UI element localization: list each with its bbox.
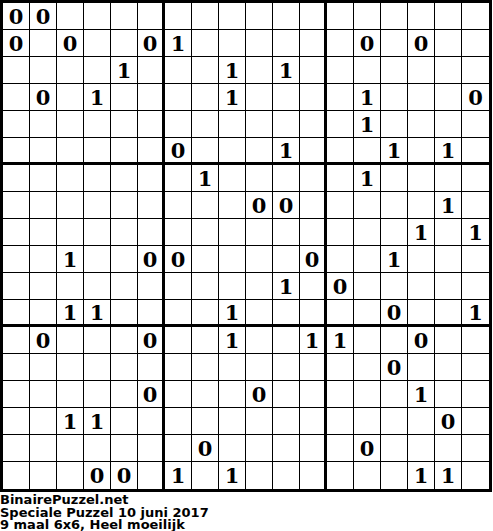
cell-r5-c3[interactable]: [84, 138, 111, 165]
cell-r6-c17[interactable]: [462, 165, 489, 192]
cell-r8-c12[interactable]: [327, 219, 354, 246]
cell-r14-c6[interactable]: [165, 381, 192, 408]
cell-r1-c1[interactable]: [30, 30, 57, 57]
cell-r4-c7[interactable]: [192, 111, 219, 138]
cell-r9-c10[interactable]: [273, 246, 300, 273]
cell-r0-c17[interactable]: [462, 3, 489, 30]
cell-r12-c0[interactable]: [3, 327, 30, 354]
cell-r15-c7[interactable]: [192, 408, 219, 435]
cell-r2-c13[interactable]: [354, 57, 381, 84]
cell-r4-c16[interactable]: [435, 111, 462, 138]
cell-r6-c15[interactable]: [408, 165, 435, 192]
cell-r11-c7[interactable]: [192, 300, 219, 327]
cell-r0-c10[interactable]: [273, 3, 300, 30]
cell-r6-c8[interactable]: [219, 165, 246, 192]
cell-r5-c8[interactable]: [219, 138, 246, 165]
cell-r6-c16[interactable]: [435, 165, 462, 192]
cell-r15-c6[interactable]: [165, 408, 192, 435]
cell-r9-c7[interactable]: [192, 246, 219, 273]
cell-r8-c10[interactable]: [273, 219, 300, 246]
cell-r0-c4[interactable]: [111, 3, 138, 30]
cell-r2-c8: 1: [219, 57, 246, 84]
cell-r17-c16: 1: [435, 462, 462, 489]
cell-r17-c3: 0: [84, 462, 111, 489]
cell-r1-c17[interactable]: [462, 30, 489, 57]
cell-r13-c15[interactable]: [408, 354, 435, 381]
cell-r11-c0[interactable]: [3, 300, 30, 327]
cell-r1-c6: 1: [165, 30, 192, 57]
cell-r5-c12[interactable]: [327, 138, 354, 165]
cell-r5-c17[interactable]: [462, 138, 489, 165]
cell-r3-c4[interactable]: [111, 84, 138, 111]
cell-r10-c15[interactable]: [408, 273, 435, 300]
cell-r5-c6: 0: [165, 138, 192, 165]
cell-r16-c16[interactable]: [435, 435, 462, 462]
cell-r13-c1[interactable]: [30, 354, 57, 381]
cell-r17-c0[interactable]: [3, 462, 30, 489]
cell-r5-c4[interactable]: [111, 138, 138, 165]
cell-r0-c15[interactable]: [408, 3, 435, 30]
cell-r8-c7[interactable]: [192, 219, 219, 246]
cell-r0-c12[interactable]: [327, 3, 354, 30]
cell-r8-c5[interactable]: [138, 219, 165, 246]
cell-r11-c5[interactable]: [138, 300, 165, 327]
cell-r9-c8[interactable]: [219, 246, 246, 273]
cell-r8-c16[interactable]: [435, 219, 462, 246]
cell-r12-c6[interactable]: [165, 327, 192, 354]
cell-r6-c11[interactable]: [300, 165, 327, 192]
cell-r16-c2[interactable]: [57, 435, 84, 462]
cell-r3-c12[interactable]: [327, 84, 354, 111]
cell-r11-c13[interactable]: [354, 300, 381, 327]
cell-r7-c15[interactable]: [408, 192, 435, 219]
cell-r7-c5[interactable]: [138, 192, 165, 219]
cell-r1-c0: 0: [3, 30, 30, 57]
cell-r17-c1[interactable]: [30, 462, 57, 489]
cell-r4-c8[interactable]: [219, 111, 246, 138]
cell-r2-c7[interactable]: [192, 57, 219, 84]
cell-r4-c13: 1: [354, 111, 381, 138]
cell-r14-c14[interactable]: [381, 381, 408, 408]
cell-r5-c9[interactable]: [246, 138, 273, 165]
cell-r7-c9: 0: [246, 192, 273, 219]
cell-r14-c17[interactable]: [462, 381, 489, 408]
cell-r15-c15[interactable]: [408, 408, 435, 435]
cell-r17-c11[interactable]: [300, 462, 327, 489]
cell-r12-c4[interactable]: [111, 327, 138, 354]
cell-r15-c5[interactable]: [138, 408, 165, 435]
cell-r16-c0[interactable]: [3, 435, 30, 462]
cell-r11-c4[interactable]: [111, 300, 138, 327]
cell-r2-c2[interactable]: [57, 57, 84, 84]
cell-r8-c0[interactable]: [3, 219, 30, 246]
cell-r10-c2[interactable]: [57, 273, 84, 300]
cell-r0-c5[interactable]: [138, 3, 165, 30]
cell-r15-c12[interactable]: [327, 408, 354, 435]
cell-r12-c12: 1: [327, 327, 354, 354]
cell-r16-c7: 0: [192, 435, 219, 462]
cell-r8-c1[interactable]: [30, 219, 57, 246]
cell-r9-c12[interactable]: [327, 246, 354, 273]
cell-r13-c9[interactable]: [246, 354, 273, 381]
cell-r16-c15[interactable]: [408, 435, 435, 462]
cell-r8-c2[interactable]: [57, 219, 84, 246]
cell-r3-c9[interactable]: [246, 84, 273, 111]
cell-r11-c11[interactable]: [300, 300, 327, 327]
cell-r15-c9[interactable]: [246, 408, 273, 435]
cell-r5-c10: 1: [273, 138, 300, 165]
cell-r12-c16[interactable]: [435, 327, 462, 354]
cell-r0-c0: 0: [3, 3, 30, 30]
cell-r10-c6[interactable]: [165, 273, 192, 300]
cell-r12-c17[interactable]: [462, 327, 489, 354]
cell-r2-c5[interactable]: [138, 57, 165, 84]
cell-r2-c17[interactable]: [462, 57, 489, 84]
cell-r15-c2: 1: [57, 408, 84, 435]
cell-r8-c8[interactable]: [219, 219, 246, 246]
cell-r10-c13[interactable]: [354, 273, 381, 300]
cell-r14-c1[interactable]: [30, 381, 57, 408]
cell-r3-c11[interactable]: [300, 84, 327, 111]
cell-r10-c9[interactable]: [246, 273, 273, 300]
cell-r3-c1: 0: [30, 84, 57, 111]
cell-r5-c15[interactable]: [408, 138, 435, 165]
cell-r15-c8[interactable]: [219, 408, 246, 435]
cell-r1-c15: 0: [408, 30, 435, 57]
cell-r12-c15: 0: [408, 327, 435, 354]
cell-r8-c11[interactable]: [300, 219, 327, 246]
cell-r16-c5[interactable]: [138, 435, 165, 462]
cell-r17-c10[interactable]: [273, 462, 300, 489]
cell-r6-c9[interactable]: [246, 165, 273, 192]
cell-r15-c1[interactable]: [30, 408, 57, 435]
cell-r4-c12[interactable]: [327, 111, 354, 138]
cell-r10-c10: 1: [273, 273, 300, 300]
cell-r4-c10[interactable]: [273, 111, 300, 138]
cell-r14-c0[interactable]: [3, 381, 30, 408]
cell-r0-c16[interactable]: [435, 3, 462, 30]
cell-r10-c7[interactable]: [192, 273, 219, 300]
cell-r6-c1[interactable]: [30, 165, 57, 192]
cell-r0-c14[interactable]: [381, 3, 408, 30]
cell-r13-c16[interactable]: [435, 354, 462, 381]
cell-r0-c1: 0: [30, 3, 57, 30]
cell-r4-c11[interactable]: [300, 111, 327, 138]
cell-r7-c7[interactable]: [192, 192, 219, 219]
cell-r2-c6[interactable]: [165, 57, 192, 84]
cell-r15-c0[interactable]: [3, 408, 30, 435]
cell-r5-c1[interactable]: [30, 138, 57, 165]
cell-r11-c10[interactable]: [273, 300, 300, 327]
cell-r6-c3[interactable]: [84, 165, 111, 192]
cell-r7-c14[interactable]: [381, 192, 408, 219]
cell-r0-c13[interactable]: [354, 3, 381, 30]
cell-r8-c14[interactable]: [381, 219, 408, 246]
cell-r17-c12[interactable]: [327, 462, 354, 489]
cell-r10-c4[interactable]: [111, 273, 138, 300]
cell-r6-c6[interactable]: [165, 165, 192, 192]
cell-r9-c0[interactable]: [3, 246, 30, 273]
cell-r11-c16[interactable]: [435, 300, 462, 327]
cell-r1-c16[interactable]: [435, 30, 462, 57]
cell-r4-c17[interactable]: [462, 111, 489, 138]
cell-r9-c15[interactable]: [408, 246, 435, 273]
cell-r12-c3[interactable]: [84, 327, 111, 354]
cell-r3-c7[interactable]: [192, 84, 219, 111]
cell-r8-c13[interactable]: [354, 219, 381, 246]
cell-r5-c2[interactable]: [57, 138, 84, 165]
cell-r7-c8[interactable]: [219, 192, 246, 219]
cell-r9-c4[interactable]: [111, 246, 138, 273]
cell-r17-c7[interactable]: [192, 462, 219, 489]
cell-r13-c12[interactable]: [327, 354, 354, 381]
cell-r12-c8: 1: [219, 327, 246, 354]
cell-r9-c11: 0: [300, 246, 327, 273]
cell-r1-c4[interactable]: [111, 30, 138, 57]
cell-r4-c5[interactable]: [138, 111, 165, 138]
cell-r11-c12[interactable]: [327, 300, 354, 327]
cell-r11-c9[interactable]: [246, 300, 273, 327]
cell-r13-c7[interactable]: [192, 354, 219, 381]
cell-r7-c6[interactable]: [165, 192, 192, 219]
cell-r6-c5[interactable]: [138, 165, 165, 192]
cell-r7-c17[interactable]: [462, 192, 489, 219]
cell-r4-c15[interactable]: [408, 111, 435, 138]
cell-r17-c17[interactable]: [462, 462, 489, 489]
cell-r17-c15: 1: [408, 462, 435, 489]
cell-r14-c15: 1: [408, 381, 435, 408]
cell-r15-c10[interactable]: [273, 408, 300, 435]
cell-r14-c13[interactable]: [354, 381, 381, 408]
cell-r15-c11[interactable]: [300, 408, 327, 435]
cell-r13-c5[interactable]: [138, 354, 165, 381]
cell-r16-c14[interactable]: [381, 435, 408, 462]
cell-r14-c11[interactable]: [300, 381, 327, 408]
cell-r4-c1[interactable]: [30, 111, 57, 138]
cell-r7-c12[interactable]: [327, 192, 354, 219]
cell-r16-c3[interactable]: [84, 435, 111, 462]
cell-r0-c11[interactable]: [300, 3, 327, 30]
cell-r12-c7[interactable]: [192, 327, 219, 354]
cell-r17-c5[interactable]: [138, 462, 165, 489]
cell-r5-c11[interactable]: [300, 138, 327, 165]
cell-r6-c13: 1: [354, 165, 381, 192]
cell-r1-c7[interactable]: [192, 30, 219, 57]
cell-r14-c2[interactable]: [57, 381, 84, 408]
cell-r11-c2: 1: [57, 300, 84, 327]
cell-r4-c0[interactable]: [3, 111, 30, 138]
cell-r10-c8[interactable]: [219, 273, 246, 300]
cell-r2-c16[interactable]: [435, 57, 462, 84]
cell-r3-c2[interactable]: [57, 84, 84, 111]
cell-r13-c6[interactable]: [165, 354, 192, 381]
cell-r7-c3[interactable]: [84, 192, 111, 219]
cell-r3-c13: 1: [354, 84, 381, 111]
cell-r17-c9[interactable]: [246, 462, 273, 489]
cell-r8-c4[interactable]: [111, 219, 138, 246]
cell-r4-c14[interactable]: [381, 111, 408, 138]
cell-r4-c6[interactable]: [165, 111, 192, 138]
cell-r6-c2[interactable]: [57, 165, 84, 192]
cell-r12-c2[interactable]: [57, 327, 84, 354]
cell-r9-c3[interactable]: [84, 246, 111, 273]
cell-r9-c9[interactable]: [246, 246, 273, 273]
cell-r8-c6[interactable]: [165, 219, 192, 246]
cell-r12-c10[interactable]: [273, 327, 300, 354]
cell-r7-c0[interactable]: [3, 192, 30, 219]
cell-r0-c9[interactable]: [246, 3, 273, 30]
cell-r0-c6[interactable]: [165, 3, 192, 30]
cell-r15-c4[interactable]: [111, 408, 138, 435]
cell-r2-c0[interactable]: [3, 57, 30, 84]
cell-r13-c3[interactable]: [84, 354, 111, 381]
cell-r5-c7[interactable]: [192, 138, 219, 165]
cell-r2-c14[interactable]: [381, 57, 408, 84]
cell-r3-c3: 1: [84, 84, 111, 111]
cell-r13-c10[interactable]: [273, 354, 300, 381]
cell-r4-c3[interactable]: [84, 111, 111, 138]
cell-r14-c9: 0: [246, 381, 273, 408]
cell-r1-c14[interactable]: [381, 30, 408, 57]
cell-r7-c2[interactable]: [57, 192, 84, 219]
cell-r10-c1[interactable]: [30, 273, 57, 300]
cell-r12-c14[interactable]: [381, 327, 408, 354]
cell-r14-c8[interactable]: [219, 381, 246, 408]
cell-r1-c8[interactable]: [219, 30, 246, 57]
cell-r16-c6[interactable]: [165, 435, 192, 462]
cell-r13-c13[interactable]: [354, 354, 381, 381]
cell-r17-c8: 1: [219, 462, 246, 489]
cell-r17-c2[interactable]: [57, 462, 84, 489]
cell-r11-c1[interactable]: [30, 300, 57, 327]
cell-r10-c11[interactable]: [300, 273, 327, 300]
cell-r0-c2[interactable]: [57, 3, 84, 30]
cell-r16-c12[interactable]: [327, 435, 354, 462]
cell-r0-c7[interactable]: [192, 3, 219, 30]
cell-r14-c4[interactable]: [111, 381, 138, 408]
cell-r9-c16[interactable]: [435, 246, 462, 273]
cell-r3-c16[interactable]: [435, 84, 462, 111]
cell-r2-c12[interactable]: [327, 57, 354, 84]
cell-r13-c2[interactable]: [57, 354, 84, 381]
cell-r10-c17[interactable]: [462, 273, 489, 300]
cell-r12-c1: 0: [30, 327, 57, 354]
cell-r2-c11[interactable]: [300, 57, 327, 84]
cell-r16-c4[interactable]: [111, 435, 138, 462]
cell-r6-c0[interactable]: [3, 165, 30, 192]
cell-r11-c6[interactable]: [165, 300, 192, 327]
cell-r7-c16: 1: [435, 192, 462, 219]
cell-r8-c9[interactable]: [246, 219, 273, 246]
cell-r14-c7[interactable]: [192, 381, 219, 408]
cell-r2-c9[interactable]: [246, 57, 273, 84]
footer: BinairePuzzel.net Speciale Puzzel 10 jun…: [0, 492, 493, 531]
cell-r12-c13[interactable]: [354, 327, 381, 354]
cell-r4-c9[interactable]: [246, 111, 273, 138]
cell-r15-c3: 1: [84, 408, 111, 435]
cell-r2-c1[interactable]: [30, 57, 57, 84]
cell-r7-c10: 0: [273, 192, 300, 219]
cell-r13-c11[interactable]: [300, 354, 327, 381]
cell-r13-c17[interactable]: [462, 354, 489, 381]
cell-r10-c5[interactable]: [138, 273, 165, 300]
cell-r3-c10[interactable]: [273, 84, 300, 111]
cell-r15-c14[interactable]: [381, 408, 408, 435]
cell-r7-c4[interactable]: [111, 192, 138, 219]
cell-r12-c5: 0: [138, 327, 165, 354]
cell-r16-c17[interactable]: [462, 435, 489, 462]
cell-r6-c4[interactable]: [111, 165, 138, 192]
cell-r9-c1[interactable]: [30, 246, 57, 273]
cell-r16-c8[interactable]: [219, 435, 246, 462]
cell-r5-c13[interactable]: [354, 138, 381, 165]
cell-r3-c6[interactable]: [165, 84, 192, 111]
cell-r16-c10[interactable]: [273, 435, 300, 462]
cell-r16-c11[interactable]: [300, 435, 327, 462]
cell-r9-c17[interactable]: [462, 246, 489, 273]
cell-r4-c4[interactable]: [111, 111, 138, 138]
cell-r13-c8[interactable]: [219, 354, 246, 381]
cell-r3-c5[interactable]: [138, 84, 165, 111]
cell-r12-c9[interactable]: [246, 327, 273, 354]
cell-r1-c11[interactable]: [300, 30, 327, 57]
cell-r0-c3[interactable]: [84, 3, 111, 30]
cell-r17-c4: 0: [111, 462, 138, 489]
cell-r9-c13[interactable]: [354, 246, 381, 273]
cell-r17-c13[interactable]: [354, 462, 381, 489]
cell-r14-c12[interactable]: [327, 381, 354, 408]
cell-r5-c5[interactable]: [138, 138, 165, 165]
cell-r10-c0[interactable]: [3, 273, 30, 300]
cell-r14-c3[interactable]: [84, 381, 111, 408]
cell-r6-c14[interactable]: [381, 165, 408, 192]
cell-r16-c1[interactable]: [30, 435, 57, 462]
cell-r10-c16[interactable]: [435, 273, 462, 300]
cell-r5-c0[interactable]: [3, 138, 30, 165]
cell-r2-c15[interactable]: [408, 57, 435, 84]
cell-r15-c13[interactable]: [354, 408, 381, 435]
cell-r13-c0[interactable]: [3, 354, 30, 381]
cell-r3-c15[interactable]: [408, 84, 435, 111]
cell-r4-c2[interactable]: [57, 111, 84, 138]
cell-r10-c14[interactable]: [381, 273, 408, 300]
cell-r10-c3[interactable]: [84, 273, 111, 300]
cell-r14-c16[interactable]: [435, 381, 462, 408]
cell-r7-c1[interactable]: [30, 192, 57, 219]
cell-r17-c14[interactable]: [381, 462, 408, 489]
cell-r16-c9[interactable]: [246, 435, 273, 462]
cell-r7-c11[interactable]: [300, 192, 327, 219]
cell-r2-c3[interactable]: [84, 57, 111, 84]
cell-r11-c15[interactable]: [408, 300, 435, 327]
cell-r14-c10[interactable]: [273, 381, 300, 408]
cell-r17-c6: 1: [165, 462, 192, 489]
cell-r3-c14[interactable]: [381, 84, 408, 111]
cell-r6-c10[interactable]: [273, 165, 300, 192]
cell-r1-c12[interactable]: [327, 30, 354, 57]
cell-r13-c4[interactable]: [111, 354, 138, 381]
cell-r1-c9[interactable]: [246, 30, 273, 57]
cell-r14-c5: 0: [138, 381, 165, 408]
cell-r1-c10[interactable]: [273, 30, 300, 57]
cell-r15-c17[interactable]: [462, 408, 489, 435]
cell-r6-c12[interactable]: [327, 165, 354, 192]
cell-r1-c3[interactable]: [84, 30, 111, 57]
cell-r0-c8[interactable]: [219, 3, 246, 30]
cell-r7-c13[interactable]: [354, 192, 381, 219]
cell-r8-c3[interactable]: [84, 219, 111, 246]
cell-r3-c0[interactable]: [3, 84, 30, 111]
